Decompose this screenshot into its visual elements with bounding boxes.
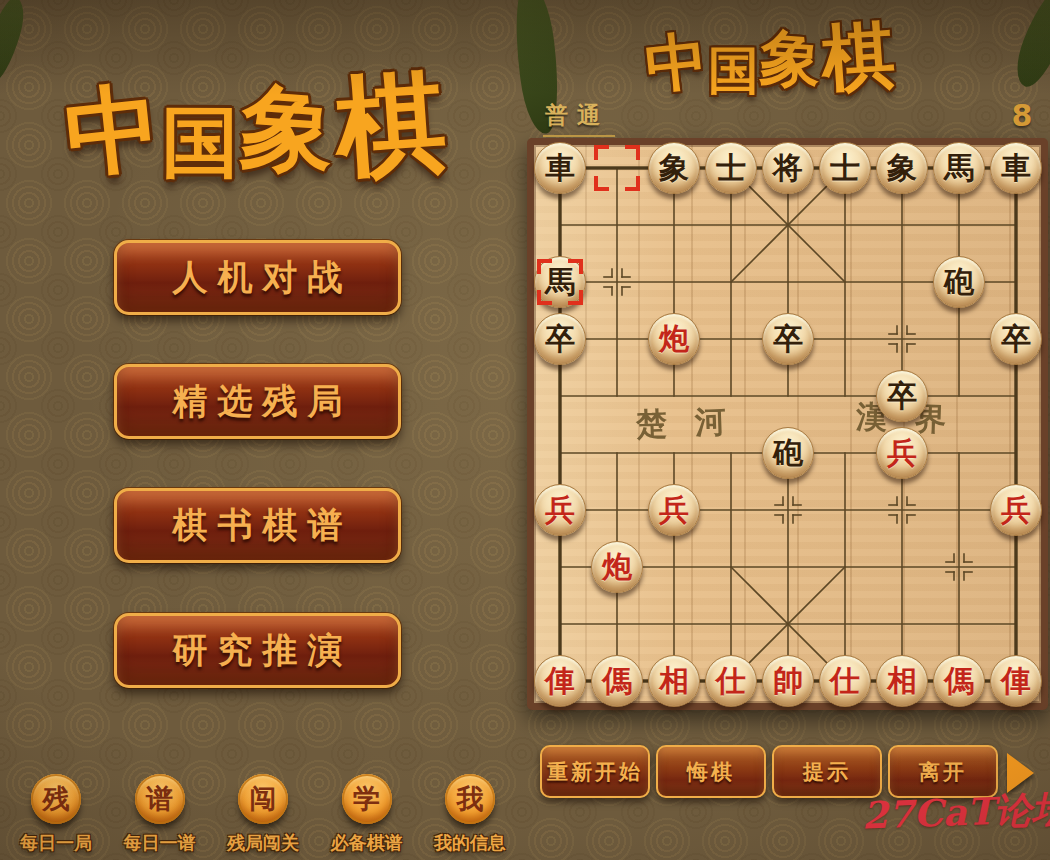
piece-black-general[interactable]: 将 xyxy=(762,142,814,194)
piece-black-horse[interactable]: 馬 xyxy=(534,256,586,308)
action-button-hint[interactable]: 提示 xyxy=(772,745,882,798)
daily-manual-icon: 谱 xyxy=(135,774,185,824)
daily-game-icon: 残 xyxy=(31,774,81,824)
piece-red-elephant[interactable]: 相 xyxy=(648,655,700,707)
piece-red-soldier[interactable]: 兵 xyxy=(648,484,700,536)
app-title-char: 中 xyxy=(58,63,166,200)
piece-red-advisor[interactable]: 仕 xyxy=(705,655,757,707)
footer-item-endgame-challenge[interactable]: 闯 残局闯关 xyxy=(215,774,311,855)
piece-red-cannon[interactable]: 炮 xyxy=(648,313,700,365)
leaf-decoration xyxy=(1008,0,1050,93)
piece-red-elephant[interactable]: 相 xyxy=(876,655,928,707)
piece-black-advisor[interactable]: 士 xyxy=(705,142,757,194)
game-title-char: 国 xyxy=(708,37,759,106)
piece-black-cannon[interactable]: 砲 xyxy=(933,256,985,308)
piece-black-horse[interactable]: 馬 xyxy=(933,142,985,194)
watermark: 27CaT论坛 xyxy=(861,784,1050,841)
piece-red-horse[interactable]: 傌 xyxy=(591,655,643,707)
piece-red-soldier[interactable]: 兵 xyxy=(990,484,1042,536)
footer-item-daily-game[interactable]: 残 每日一局 xyxy=(8,774,104,855)
piece-red-soldier[interactable]: 兵 xyxy=(876,427,928,479)
piece-red-advisor[interactable]: 仕 xyxy=(819,655,871,707)
river-label-left: 楚河 xyxy=(635,400,754,446)
footer-item-daily-manual[interactable]: 谱 每日一谱 xyxy=(112,774,208,855)
game-title-char: 棋 xyxy=(818,6,898,110)
round-counter: 8 xyxy=(1000,98,1044,133)
game-title-char: 中 xyxy=(641,18,711,108)
piece-black-advisor[interactable]: 士 xyxy=(819,142,871,194)
menu-button-research-analysis[interactable]: 研究推演 xyxy=(114,613,401,688)
piece-red-general[interactable]: 帥 xyxy=(762,655,814,707)
footer-item-label: 残局闯关 xyxy=(227,831,299,855)
piece-black-elephant[interactable]: 象 xyxy=(876,142,928,194)
app-screen: { "game": "xiangqi", "position": { "fen"… xyxy=(0,0,1050,860)
app-title: 中 国 象 棋 xyxy=(40,44,470,212)
board-inner: 楚河 漢界 車象士将士象馬車馬砲卒卒卒卒砲炮兵兵兵兵炮俥傌相仕帥仕相傌俥 xyxy=(534,145,1041,703)
piece-red-soldier[interactable]: 兵 xyxy=(534,484,586,536)
app-title-char: 国 xyxy=(162,92,239,196)
xiangqi-board[interactable]: 楚河 漢界 車象士将士象馬車馬砲卒卒卒卒砲炮兵兵兵兵炮俥傌相仕帥仕相傌俥 xyxy=(527,138,1048,710)
app-title-char: 象 xyxy=(236,64,338,196)
piece-black-soldier[interactable]: 卒 xyxy=(534,313,586,365)
menu-button-human-vs-ai[interactable]: 人机对战 xyxy=(114,240,401,315)
piece-black-soldier[interactable]: 卒 xyxy=(762,313,814,365)
menu-button-chess-books[interactable]: 棋书棋谱 xyxy=(114,488,401,563)
footer-item-essential-manuals[interactable]: 学 必备棋谱 xyxy=(319,774,415,855)
action-button-restart[interactable]: 重新开始 xyxy=(540,745,650,798)
home-footer: 残 每日一局 谱 每日一谱 闯 残局闯关 学 必备棋谱 我 我的信息 xyxy=(8,774,518,855)
footer-item-label: 我的信息 xyxy=(434,831,506,855)
endgame-challenge-icon: 闯 xyxy=(238,774,288,824)
leaf-decoration xyxy=(0,0,30,86)
piece-red-horse[interactable]: 傌 xyxy=(933,655,985,707)
menu-button-selected-endgames[interactable]: 精选残局 xyxy=(114,364,401,439)
app-title-char: 棋 xyxy=(330,48,450,204)
game-title: 中 国 象 棋 xyxy=(545,8,995,112)
piece-black-soldier[interactable]: 卒 xyxy=(990,313,1042,365)
footer-item-label: 每日一谱 xyxy=(124,831,196,855)
footer-item-my-info[interactable]: 我 我的信息 xyxy=(422,774,518,855)
action-button-undo[interactable]: 悔棋 xyxy=(656,745,766,798)
piece-black-cannon[interactable]: 砲 xyxy=(762,427,814,479)
footer-item-label: 每日一局 xyxy=(20,831,92,855)
piece-red-chariot[interactable]: 俥 xyxy=(534,655,586,707)
piece-black-chariot[interactable]: 車 xyxy=(990,142,1042,194)
essential-manuals-icon: 学 xyxy=(342,774,392,824)
piece-red-cannon[interactable]: 炮 xyxy=(591,541,643,593)
my-info-icon: 我 xyxy=(445,774,495,824)
piece-black-elephant[interactable]: 象 xyxy=(648,142,700,194)
piece-black-soldier[interactable]: 卒 xyxy=(876,370,928,422)
piece-black-chariot[interactable]: 車 xyxy=(534,142,586,194)
difficulty-label: 普通 xyxy=(543,100,615,137)
game-title-char: 象 xyxy=(757,17,824,103)
footer-item-label: 必备棋谱 xyxy=(331,831,403,855)
piece-red-chariot[interactable]: 俥 xyxy=(990,655,1042,707)
